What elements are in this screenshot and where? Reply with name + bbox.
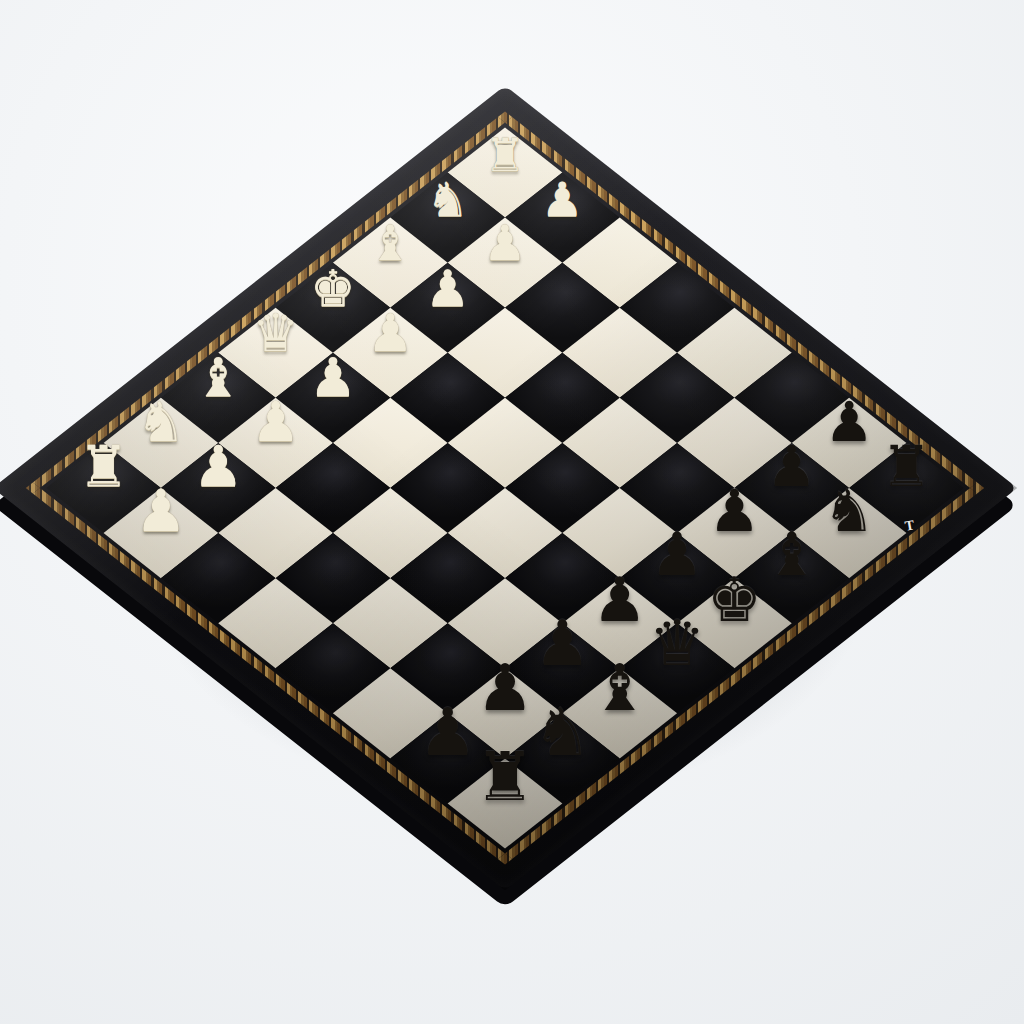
piece-black-queen-d8[interactable]: ♛: [649, 613, 705, 676]
piece-black-pawn-g7[interactable]: ♟: [766, 438, 817, 495]
piece-white-pawn-g2[interactable]: ♟: [483, 220, 527, 269]
piece-black-knight-g8[interactable]: ♞: [823, 482, 875, 540]
piece-black-pawn-c7[interactable]: ♟: [534, 613, 590, 676]
piece-black-pawn-h7[interactable]: ♟: [824, 394, 873, 449]
piece-black-bishop-f8[interactable]: ♝: [765, 526, 819, 586]
piece-white-bishop-c1[interactable]: ♝: [194, 351, 242, 405]
piece-white-pawn-b2[interactable]: ♟: [193, 438, 244, 495]
piece-white-queen-d1[interactable]: ♛: [252, 307, 299, 359]
piece-black-king-e8[interactable]: ♚: [707, 569, 762, 630]
piece-black-pawn-b7[interactable]: ♟: [476, 657, 534, 721]
piece-white-rook-h1[interactable]: ♜: [484, 132, 525, 178]
piece-white-pawn-h2[interactable]: ♟: [541, 176, 584, 223]
piece-black-bishop-c8[interactable]: ♝: [591, 657, 649, 721]
piece-white-pawn-d2[interactable]: ♟: [309, 351, 357, 405]
piece-white-rook-a1[interactable]: ♜: [78, 438, 129, 495]
piece-white-knight-g1[interactable]: ♞: [426, 176, 469, 223]
piece-white-pawn-c2[interactable]: ♟: [251, 394, 300, 449]
piece-black-knight-b8[interactable]: ♞: [533, 700, 592, 766]
piece-black-pawn-e7[interactable]: ♟: [650, 526, 704, 586]
photo-scene: ♜♞♝♛♚♝♞♜♟♟♟♟♟♟♟♟♟♟♟♟♟♟♟♟♜♞♝♛♚♝♞♜ T: [0, 0, 1024, 1024]
piece-white-bishop-f1[interactable]: ♝: [368, 220, 412, 269]
piece-black-rook-a8[interactable]: ♜: [475, 744, 535, 811]
piece-white-knight-b1[interactable]: ♞: [136, 394, 185, 449]
piece-black-rook-h8[interactable]: ♜: [881, 438, 932, 495]
piece-black-pawn-d7[interactable]: ♟: [592, 569, 647, 630]
piece-black-pawn-f7[interactable]: ♟: [708, 482, 760, 540]
piece-white-pawn-e2[interactable]: ♟: [367, 307, 414, 359]
piece-white-pawn-a2[interactable]: ♟: [135, 482, 187, 540]
piece-white-pawn-f2[interactable]: ♟: [425, 263, 470, 314]
piece-white-king-e1[interactable]: ♚: [310, 263, 355, 314]
piece-black-pawn-a7[interactable]: ♟: [418, 700, 477, 766]
